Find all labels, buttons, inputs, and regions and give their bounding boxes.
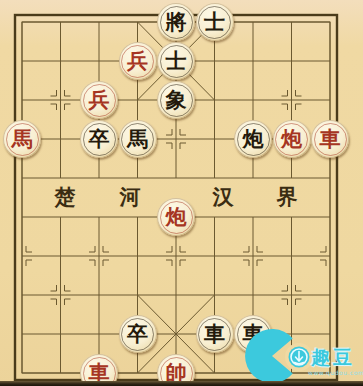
river-char-han: 汉 xyxy=(208,184,238,210)
piece-black-炮[interactable]: 炮 xyxy=(234,120,272,158)
piece-black-車[interactable]: 車 xyxy=(196,315,234,353)
piece-red-兵[interactable]: 兵 xyxy=(80,81,118,119)
piece-black-士[interactable]: 士 xyxy=(157,42,195,80)
piece-black-馬[interactable]: 馬 xyxy=(119,120,157,158)
piece-black-士[interactable]: 士 xyxy=(196,3,234,41)
xiangqi-board-screen: 楚 河 汉 界 將士兵士兵象馬卒馬炮炮車炮卒車車車帥 趣豆 www.qudou.… xyxy=(0,0,363,386)
piece-black-車[interactable]: 車 xyxy=(234,315,272,353)
river-char-jie: 界 xyxy=(272,184,302,210)
piece-black-卒[interactable]: 卒 xyxy=(80,120,118,158)
piece-red-炮[interactable]: 炮 xyxy=(273,120,311,158)
piece-black-象[interactable]: 象 xyxy=(157,81,195,119)
screen-bottom-edge xyxy=(0,381,363,386)
piece-red-車[interactable]: 車 xyxy=(311,120,349,158)
river-char-chu: 楚 xyxy=(50,184,80,210)
piece-black-將[interactable]: 將 xyxy=(157,3,195,41)
piece-black-卒[interactable]: 卒 xyxy=(119,315,157,353)
river-char-he: 河 xyxy=(115,184,145,210)
piece-red-炮[interactable]: 炮 xyxy=(157,198,195,236)
piece-red-馬[interactable]: 馬 xyxy=(3,120,41,158)
piece-red-兵[interactable]: 兵 xyxy=(119,42,157,80)
